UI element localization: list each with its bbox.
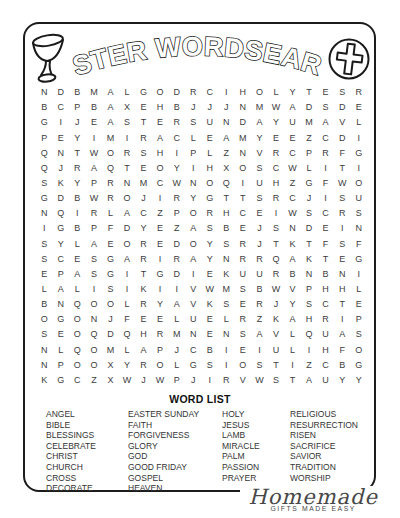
grid-cell: W: [86, 146, 103, 161]
grid-cell: N: [235, 146, 252, 161]
grid-cell: A: [53, 282, 70, 297]
grid-cell: W: [168, 176, 185, 191]
word-list-item: GOSPEL: [128, 473, 222, 484]
grid-cell: T: [334, 161, 351, 176]
grid-cell: B: [251, 282, 268, 297]
grid-cell: T: [268, 358, 285, 373]
grid-cell: D: [102, 327, 119, 342]
grid-cell: A: [102, 85, 119, 100]
word-list-item: FORGIVENESS: [128, 430, 222, 441]
grid-cell: S: [218, 297, 235, 312]
word-list-column: RELIGIOUSRESURRECTIONRISENSACRIFICESAVIO…: [290, 409, 376, 494]
grid-cell: F: [317, 176, 334, 191]
grid-cell: N: [301, 267, 318, 282]
grid-cell: O: [185, 236, 202, 251]
grid-cell: R: [168, 252, 185, 267]
grid-cell: Q: [36, 146, 53, 161]
grid-cell: T: [317, 252, 334, 267]
grid-cell: J: [201, 100, 218, 115]
grid-cell: T: [218, 191, 235, 206]
grid-cell: R: [152, 327, 169, 342]
grid-cell: F: [102, 221, 119, 236]
grid-cell: I: [284, 358, 301, 373]
grid-cell: S: [36, 252, 53, 267]
word-list-item: HEAVEN: [128, 483, 222, 494]
grid-cell: H: [317, 343, 334, 358]
grid-cell: I: [168, 282, 185, 297]
grid-cell: M: [301, 115, 318, 130]
grid-cell: L: [301, 161, 318, 176]
grid-cell: U: [201, 115, 218, 130]
grid-cell: E: [235, 297, 252, 312]
grid-cell: G: [152, 267, 169, 282]
grid-cell: B: [69, 221, 86, 236]
grid-cell: N: [235, 100, 252, 115]
grid-cell: D: [334, 130, 351, 145]
grid-cell: Q: [218, 176, 235, 191]
grid-cell: N: [119, 176, 136, 191]
grid-cell: V: [235, 373, 252, 388]
grid-cell: S: [268, 373, 285, 388]
grid-cell: S: [334, 236, 351, 251]
grid-cell: R: [185, 85, 202, 100]
grid-cell: Y: [201, 236, 218, 251]
word-list-item: CHURCH: [46, 462, 128, 473]
grid-cell: R: [317, 146, 334, 161]
grid-cell: N: [36, 85, 53, 100]
grid-cell: A: [218, 130, 235, 145]
grid-cell: I: [235, 176, 252, 191]
grid-cell: A: [317, 115, 334, 130]
grid-cell: R: [135, 358, 152, 373]
grid-cell: E: [135, 161, 152, 176]
grid-cell: S: [350, 206, 367, 221]
grid-cell: G: [350, 358, 367, 373]
grid-cell: L: [102, 206, 119, 221]
grid-cell: M: [251, 100, 268, 115]
grid-cell: P: [53, 358, 70, 373]
grid-cell: R: [235, 312, 252, 327]
word-list-item: CROSS: [46, 473, 128, 484]
letter-grid: NDBMALGODRCIHOLYTESRBCPBAXEHBJJJNMWADSDE…: [36, 85, 367, 388]
grid-cell: P: [301, 146, 318, 161]
grid-cell: Y: [284, 297, 301, 312]
grid-cell: V: [185, 282, 202, 297]
grid-cell: R: [317, 312, 334, 327]
grid-cell: D: [168, 236, 185, 251]
grid-cell: I: [185, 161, 202, 176]
grid-cell: E: [201, 327, 218, 342]
grid-cell: Y: [350, 373, 367, 388]
grid-cell: G: [185, 358, 202, 373]
grid-cell: T: [69, 146, 86, 161]
grid-cell: A: [102, 115, 119, 130]
grid-cell: H: [268, 176, 285, 191]
grid-cell: M: [102, 130, 119, 145]
grid-cell: G: [102, 252, 119, 267]
grid-cell: E: [284, 130, 301, 145]
grid-cell: O: [36, 312, 53, 327]
grid-cell: B: [69, 85, 86, 100]
grid-cell: G: [350, 252, 367, 267]
word-list-item: PRAYER: [222, 473, 290, 484]
grid-cell: W: [152, 373, 169, 388]
grid-cell: L: [119, 85, 136, 100]
word-list-item: SACRIFICE: [290, 441, 376, 452]
grid-cell: I: [301, 343, 318, 358]
grid-cell: O: [86, 358, 103, 373]
grid-cell: H: [301, 312, 318, 327]
grid-cell: I: [119, 267, 136, 282]
grid-cell: K: [301, 252, 318, 267]
grid-cell: O: [152, 85, 169, 100]
grid-cell: U: [251, 176, 268, 191]
grid-cell: A: [251, 115, 268, 130]
grid-cell: T: [284, 373, 301, 388]
grid-cell: S: [251, 161, 268, 176]
grid-cell: L: [185, 130, 202, 145]
grid-cell: R: [251, 252, 268, 267]
grid-cell: U: [317, 327, 334, 342]
grid-cell: K: [218, 267, 235, 282]
grid-cell: C: [53, 252, 70, 267]
grid-cell: X: [119, 100, 136, 115]
grid-cell: Y: [284, 85, 301, 100]
grid-cell: L: [268, 85, 285, 100]
grid-cell: F: [334, 343, 351, 358]
grid-cell: E: [350, 297, 367, 312]
grid-cell: Q: [301, 327, 318, 342]
grid-cell: Y: [268, 115, 285, 130]
grid-cell: S: [218, 236, 235, 251]
grid-cell: Y: [334, 373, 351, 388]
grid-cell: U: [235, 267, 252, 282]
grid-cell: V: [268, 327, 285, 342]
grid-cell: W: [268, 100, 285, 115]
grid-cell: B: [334, 358, 351, 373]
grid-cell: G: [53, 312, 70, 327]
grid-cell: O: [69, 312, 86, 327]
grid-cell: T: [135, 267, 152, 282]
grid-cell: I: [69, 206, 86, 221]
grid-cell: Y: [119, 358, 136, 373]
grid-cell: Q: [86, 327, 103, 342]
grid-cell: B: [317, 267, 334, 282]
grid-cell: G: [102, 267, 119, 282]
grid-cell: I: [218, 343, 235, 358]
grid-cell: I: [350, 130, 367, 145]
grid-cell: I: [86, 130, 103, 145]
grid-cell: I: [86, 282, 103, 297]
grid-cell: D: [53, 191, 70, 206]
grid-cell: U: [268, 343, 285, 358]
grid-cell: P: [86, 176, 103, 191]
grid-cell: C: [284, 146, 301, 161]
grid-cell: J: [301, 191, 318, 206]
grid-cell: Z: [86, 373, 103, 388]
grid-cell: I: [36, 221, 53, 236]
grid-cell: T: [135, 115, 152, 130]
grid-cell: R: [268, 146, 285, 161]
grid-cell: R: [218, 373, 235, 388]
grid-cell: C: [69, 373, 86, 388]
grid-cell: O: [201, 176, 218, 191]
grid-cell: O: [69, 358, 86, 373]
grid-cell: E: [102, 236, 119, 251]
grid-cell: B: [201, 343, 218, 358]
grid-cell: B: [36, 100, 53, 115]
grid-cell: O: [350, 343, 367, 358]
word-list-header: WORD LIST: [0, 393, 400, 405]
word-list-item: JESUS: [222, 420, 290, 431]
grid-cell: P: [86, 221, 103, 236]
grid-cell: W: [284, 206, 301, 221]
grid-cell: J: [268, 297, 285, 312]
grid-cell: R: [135, 236, 152, 251]
grid-cell: E: [135, 312, 152, 327]
grid-cell: I: [218, 85, 235, 100]
grid-cell: S: [235, 282, 252, 297]
grid-cell: R: [135, 297, 152, 312]
word-list-item: ANGEL: [46, 409, 128, 420]
grid-cell: T: [301, 85, 318, 100]
grid-cell: P: [36, 130, 53, 145]
grid-cell: G: [53, 373, 70, 388]
grid-cell: S: [301, 206, 318, 221]
grid-cell: I: [185, 267, 202, 282]
grid-cell: E: [152, 236, 169, 251]
grid-cell: H: [235, 85, 252, 100]
grid-cell: E: [201, 130, 218, 145]
grid-cell: H: [334, 282, 351, 297]
grid-cell: A: [284, 100, 301, 115]
word-list-item: GOOD FRIDAY: [128, 462, 222, 473]
word-list-item: RELIGIOUS: [290, 409, 376, 420]
grid-cell: E: [350, 100, 367, 115]
grid-cell: I: [334, 221, 351, 236]
grid-cell: C: [317, 130, 334, 145]
grid-cell: O: [251, 85, 268, 100]
grid-cell: C: [284, 191, 301, 206]
grid-cell: L: [168, 358, 185, 373]
grid-cell: X: [218, 161, 235, 176]
grid-cell: E: [135, 100, 152, 115]
grid-cell: B: [168, 100, 185, 115]
grid-cell: I: [119, 130, 136, 145]
grid-cell: E: [69, 252, 86, 267]
word-list-item: LAMB: [222, 430, 290, 441]
grid-cell: D: [168, 85, 185, 100]
grid-cell: N: [185, 327, 202, 342]
grid-cell: A: [119, 252, 136, 267]
grid-cell: U: [317, 373, 334, 388]
grid-cell: I: [201, 373, 218, 388]
grid-cell: Z: [301, 130, 318, 145]
grid-cell: Z: [218, 146, 235, 161]
grid-cell: M: [135, 176, 152, 191]
grid-cell: T: [334, 297, 351, 312]
grid-cell: E: [53, 130, 70, 145]
brand-logo: Homemade GIFTS MADE EASY: [240, 486, 386, 514]
puzzle-page: EASTER WORDSEARCH NDBMALGODRCIHOLYTESRBC…: [0, 0, 400, 518]
grid-cell: S: [36, 236, 53, 251]
grid-cell: S: [334, 191, 351, 206]
word-list-item: HOLY: [222, 409, 290, 420]
grid-cell: B: [218, 221, 235, 236]
grid-cell: S: [201, 221, 218, 236]
grid-cell: M: [235, 130, 252, 145]
grid-cell: R: [69, 161, 86, 176]
grid-cell: N: [350, 221, 367, 236]
word-list-column: EASTER SUNDAYFAITHFORGIVENESSGLORYGODGOO…: [128, 409, 222, 494]
grid-cell: P: [185, 146, 202, 161]
grid-cell: R: [334, 206, 351, 221]
grid-cell: K: [268, 312, 285, 327]
grid-cell: C: [53, 100, 70, 115]
grid-cell: E: [235, 221, 252, 236]
grid-cell: C: [268, 161, 285, 176]
grid-cell: N: [53, 297, 70, 312]
grid-cell: A: [185, 252, 202, 267]
grid-cell: Y: [201, 252, 218, 267]
grid-cell: G: [53, 221, 70, 236]
grid-cell: O: [185, 206, 202, 221]
grid-cell: W: [201, 282, 218, 297]
grid-cell: L: [284, 327, 301, 342]
grid-cell: R: [135, 130, 152, 145]
grid-cell: X: [102, 358, 119, 373]
grid-cell: I: [317, 191, 334, 206]
page-title: EASTER WORDSEARCH: [70, 29, 326, 87]
chalice-icon: [28, 30, 70, 86]
grid-cell: S: [350, 327, 367, 342]
grid-cell: G: [135, 85, 152, 100]
grid-cell: Z: [251, 312, 268, 327]
grid-cell: S: [201, 358, 218, 373]
grid-cell: J: [69, 115, 86, 130]
grid-cell: R: [201, 206, 218, 221]
grid-cell: J: [251, 236, 268, 251]
grid-cell: I: [53, 115, 70, 130]
grid-cell: R: [102, 176, 119, 191]
grid-cell: I: [251, 343, 268, 358]
grid-cell: S: [301, 297, 318, 312]
grid-cell: R: [268, 191, 285, 206]
grid-cell: J: [168, 343, 185, 358]
grid-cell: E: [268, 130, 285, 145]
grid-cell: A: [86, 161, 103, 176]
word-list-item: SAVIOR: [290, 451, 376, 462]
grid-cell: U: [251, 267, 268, 282]
grid-cell: E: [251, 206, 268, 221]
grid-cell: C: [317, 206, 334, 221]
grid-cell: A: [69, 267, 86, 282]
grid-cell: A: [185, 221, 202, 236]
grid-cell: F: [119, 312, 136, 327]
grid-cell: A: [119, 206, 136, 221]
grid-cell: B: [69, 191, 86, 206]
grid-cell: M: [86, 85, 103, 100]
grid-cell: T: [119, 161, 136, 176]
grid-cell: T: [235, 191, 252, 206]
grid-cell: G: [301, 176, 318, 191]
grid-cell: P: [301, 282, 318, 297]
grid-cell: B: [284, 267, 301, 282]
grid-cell: P: [152, 343, 169, 358]
grid-cell: F: [350, 236, 367, 251]
grid-cell: E: [317, 85, 334, 100]
grid-cell: A: [284, 312, 301, 327]
grid-cell: J: [53, 161, 70, 176]
grid-cell: O: [119, 191, 136, 206]
word-list-item: TRADITION: [290, 462, 376, 473]
grid-cell: K: [135, 282, 152, 297]
word-list-item: GLORY: [128, 441, 222, 452]
grid-cell: P: [53, 267, 70, 282]
grid-cell: R: [350, 85, 367, 100]
grid-cell: D: [53, 85, 70, 100]
word-list-item: RISEN: [290, 430, 376, 441]
grid-cell: O: [69, 327, 86, 342]
grid-cell: J: [251, 221, 268, 236]
grid-cell: E: [317, 221, 334, 236]
grid-cell: D: [235, 115, 252, 130]
grid-cell: Y: [53, 236, 70, 251]
grid-cell: M: [168, 327, 185, 342]
grid-cell: J: [185, 373, 202, 388]
grid-cell: N: [218, 115, 235, 130]
grid-cell: C: [317, 358, 334, 373]
word-list-item: EASTER SUNDAY: [128, 409, 222, 420]
grid-cell: R: [235, 252, 252, 267]
grid-cell: E: [53, 327, 70, 342]
grid-cell: K: [53, 176, 70, 191]
grid-cell: J: [218, 100, 235, 115]
grid-cell: O: [119, 236, 136, 251]
grid-cell: V: [251, 146, 268, 161]
grid-cell: Y: [69, 130, 86, 145]
grid-cell: O: [102, 146, 119, 161]
word-list-item: WORSHIP: [290, 473, 376, 484]
grid-cell: W: [284, 161, 301, 176]
word-list-column: ANGELBIBLEBLESSINGSCELEBRATECHRISTCHURCH…: [46, 409, 128, 494]
grid-cell: N: [86, 312, 103, 327]
title-text: EASTER WORDSEARCH: [70, 29, 325, 82]
grid-cell: M: [102, 343, 119, 358]
grid-cell: G: [201, 191, 218, 206]
grid-cell: I: [168, 146, 185, 161]
svg-text:EASTER WORDSEARCH: EASTER WORDSEARCH: [70, 29, 325, 82]
grid-cell: L: [168, 312, 185, 327]
grid-cell: I: [119, 282, 136, 297]
grid-cell: L: [69, 236, 86, 251]
grid-cell: R: [235, 236, 252, 251]
grid-cell: Q: [102, 161, 119, 176]
word-list-item: BIBLE: [46, 420, 128, 431]
grid-cell: V: [334, 115, 351, 130]
grid-cell: R: [268, 267, 285, 282]
grid-cell: A: [334, 327, 351, 342]
grid-cell: O: [86, 343, 103, 358]
grid-cell: S: [119, 115, 136, 130]
grid-cell: W: [86, 191, 103, 206]
grid-cell: Z: [301, 358, 318, 373]
grid-cell: G: [36, 115, 53, 130]
grid-cell: N: [218, 252, 235, 267]
grid-cell: B: [36, 297, 53, 312]
grid-cell: Y: [69, 176, 86, 191]
grid-cell: Q: [119, 327, 136, 342]
